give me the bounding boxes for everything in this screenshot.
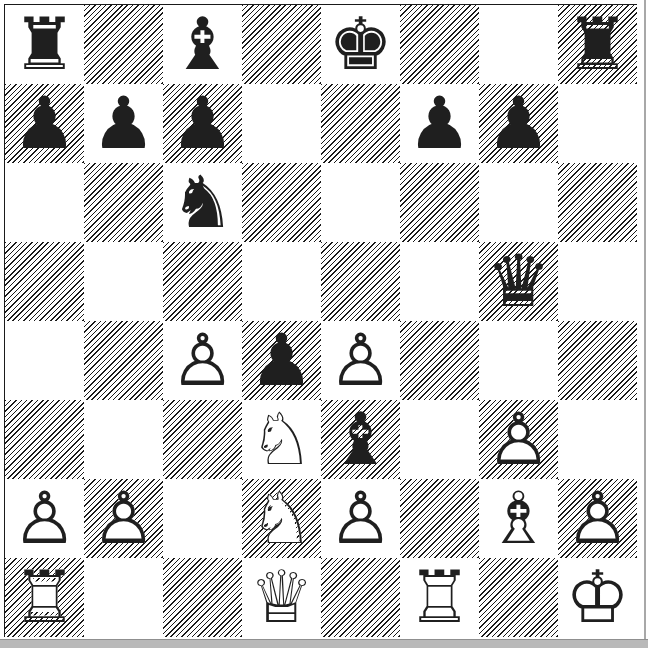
square-f5[interactable] (400, 242, 479, 321)
piece-black-bishop[interactable]: ♝ (163, 5, 242, 84)
piece-white-pawn[interactable]: ♟♙ (558, 479, 637, 558)
window-right-edge (644, 0, 646, 648)
white-pawn-glyph: ♙ (84, 479, 163, 558)
square-d2[interactable]: ♞♘ (242, 479, 321, 558)
square-h2[interactable]: ♟♙ (558, 479, 637, 558)
square-b8[interactable] (84, 5, 163, 84)
piece-white-knight[interactable]: ♞♘ (242, 400, 321, 479)
square-c6[interactable]: ♞ (163, 163, 242, 242)
black-pawn-glyph: ♟ (242, 321, 321, 400)
square-e6[interactable] (321, 163, 400, 242)
black-pawn-glyph: ♟ (5, 84, 84, 163)
square-e8[interactable]: ♚ (321, 5, 400, 84)
window-bottom-edge (0, 639, 648, 648)
piece-black-rook[interactable]: ♜ (5, 5, 84, 84)
square-a5[interactable] (5, 242, 84, 321)
square-b7[interactable]: ♟ (84, 84, 163, 163)
white-rook-glyph: ♖ (400, 558, 479, 637)
piece-black-bishop[interactable]: ♝ (321, 400, 400, 479)
square-g5[interactable]: ♛ (479, 242, 558, 321)
piece-black-king[interactable]: ♚ (321, 5, 400, 84)
square-e3[interactable]: ♝ (321, 400, 400, 479)
square-a7[interactable]: ♟ (5, 84, 84, 163)
piece-black-pawn[interactable]: ♟ (479, 84, 558, 163)
square-a1[interactable]: ♜♖ (5, 558, 84, 637)
piece-white-pawn[interactable]: ♟♙ (321, 321, 400, 400)
square-b1[interactable] (84, 558, 163, 637)
square-h7[interactable] (558, 84, 637, 163)
square-a4[interactable] (5, 321, 84, 400)
square-g3[interactable]: ♟♙ (479, 400, 558, 479)
square-c7[interactable]: ♟ (163, 84, 242, 163)
piece-black-queen[interactable]: ♛ (479, 242, 558, 321)
square-b5[interactable] (84, 242, 163, 321)
square-d6[interactable] (242, 163, 321, 242)
square-e1[interactable] (321, 558, 400, 637)
piece-black-pawn[interactable]: ♟ (5, 84, 84, 163)
piece-white-pawn[interactable]: ♟♙ (84, 479, 163, 558)
piece-black-rook[interactable]: ♜ (558, 5, 637, 84)
white-pawn-glyph: ♙ (5, 479, 84, 558)
square-d1[interactable]: ♛♕ (242, 558, 321, 637)
square-f3[interactable] (400, 400, 479, 479)
square-h8[interactable]: ♜ (558, 5, 637, 84)
black-pawn-glyph: ♟ (163, 84, 242, 163)
black-rook-glyph: ♜ (5, 5, 84, 84)
square-a2[interactable]: ♟♙ (5, 479, 84, 558)
black-bishop-glyph: ♝ (321, 400, 400, 479)
square-e2[interactable]: ♟♙ (321, 479, 400, 558)
square-e7[interactable] (321, 84, 400, 163)
square-h1[interactable]: ♚♔ (558, 558, 637, 637)
square-f7[interactable]: ♟ (400, 84, 479, 163)
white-knight-glyph: ♘ (242, 479, 321, 558)
piece-white-bishop[interactable]: ♝♗ (479, 479, 558, 558)
square-d4[interactable]: ♟ (242, 321, 321, 400)
square-g6[interactable] (479, 163, 558, 242)
square-f6[interactable] (400, 163, 479, 242)
square-g4[interactable] (479, 321, 558, 400)
white-queen-glyph: ♕ (242, 558, 321, 637)
square-d3[interactable]: ♞♘ (242, 400, 321, 479)
white-rook-glyph: ♖ (5, 558, 84, 637)
piece-white-queen[interactable]: ♛♕ (242, 558, 321, 637)
square-c4[interactable]: ♟♙ (163, 321, 242, 400)
white-pawn-glyph: ♙ (163, 321, 242, 400)
piece-black-pawn[interactable]: ♟ (400, 84, 479, 163)
square-g1[interactable] (479, 558, 558, 637)
square-a6[interactable] (5, 163, 84, 242)
square-d5[interactable] (242, 242, 321, 321)
square-c8[interactable]: ♝ (163, 5, 242, 84)
black-bishop-glyph: ♝ (163, 5, 242, 84)
square-b4[interactable] (84, 321, 163, 400)
piece-white-rook[interactable]: ♜♖ (5, 558, 84, 637)
square-f4[interactable] (400, 321, 479, 400)
square-c1[interactable] (163, 558, 242, 637)
white-bishop-glyph: ♗ (479, 479, 558, 558)
piece-black-pawn[interactable]: ♟ (163, 84, 242, 163)
square-h3[interactable] (558, 400, 637, 479)
piece-white-pawn[interactable]: ♟♙ (321, 479, 400, 558)
black-pawn-glyph: ♟ (479, 84, 558, 163)
black-queen-glyph: ♛ (479, 242, 558, 321)
white-pawn-glyph: ♙ (479, 400, 558, 479)
square-c5[interactable] (163, 242, 242, 321)
square-c2[interactable] (163, 479, 242, 558)
square-a3[interactable] (5, 400, 84, 479)
piece-white-pawn[interactable]: ♟♙ (479, 400, 558, 479)
white-pawn-glyph: ♙ (321, 321, 400, 400)
piece-black-pawn[interactable]: ♟ (84, 84, 163, 163)
square-g7[interactable]: ♟ (479, 84, 558, 163)
square-d7[interactable] (242, 84, 321, 163)
square-f1[interactable]: ♜♖ (400, 558, 479, 637)
white-king-glyph: ♔ (558, 558, 637, 637)
black-knight-glyph: ♞ (163, 163, 242, 242)
white-pawn-glyph: ♙ (558, 479, 637, 558)
black-pawn-glyph: ♟ (84, 84, 163, 163)
square-h4[interactable] (558, 321, 637, 400)
square-a8[interactable]: ♜ (5, 5, 84, 84)
square-h5[interactable] (558, 242, 637, 321)
square-b3[interactable] (84, 400, 163, 479)
square-h6[interactable] (558, 163, 637, 242)
piece-white-rook[interactable]: ♜♖ (400, 558, 479, 637)
square-f8[interactable] (400, 5, 479, 84)
chess-board: ♜♝♚♜♟♟♟♟♟♞♛♟♙♟♟♙♞♘♝♟♙♟♙♟♙♞♘♟♙♝♗♟♙♜♖♛♕♜♖♚… (4, 4, 637, 637)
black-king-glyph: ♚ (321, 5, 400, 84)
piece-black-pawn[interactable]: ♟ (242, 321, 321, 400)
piece-white-pawn[interactable]: ♟♙ (5, 479, 84, 558)
square-f2[interactable] (400, 479, 479, 558)
white-pawn-glyph: ♙ (321, 479, 400, 558)
white-knight-glyph: ♘ (242, 400, 321, 479)
black-rook-glyph: ♜ (558, 5, 637, 84)
square-d8[interactable] (242, 5, 321, 84)
black-pawn-glyph: ♟ (400, 84, 479, 163)
square-c3[interactable] (163, 400, 242, 479)
piece-white-knight[interactable]: ♞♘ (242, 479, 321, 558)
square-g2[interactable]: ♝♗ (479, 479, 558, 558)
chess-diagram-window: ♜♝♚♜♟♟♟♟♟♞♛♟♙♟♟♙♞♘♝♟♙♟♙♟♙♞♘♟♙♝♗♟♙♜♖♛♕♜♖♚… (0, 0, 648, 648)
square-b6[interactable] (84, 163, 163, 242)
piece-white-pawn[interactable]: ♟♙ (163, 321, 242, 400)
square-b2[interactable]: ♟♙ (84, 479, 163, 558)
square-e5[interactable] (321, 242, 400, 321)
square-e4[interactable]: ♟♙ (321, 321, 400, 400)
piece-black-knight[interactable]: ♞ (163, 163, 242, 242)
square-g8[interactable] (479, 5, 558, 84)
piece-white-king[interactable]: ♚♔ (558, 558, 637, 637)
